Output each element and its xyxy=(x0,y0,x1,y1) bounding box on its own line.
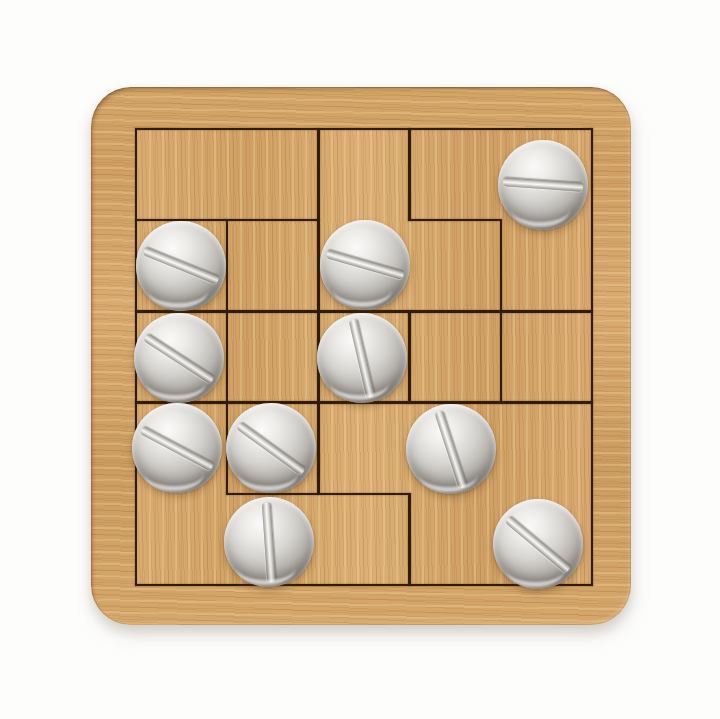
piece-groove xyxy=(591,128,594,587)
screw-slot-icon xyxy=(143,332,215,383)
play-area xyxy=(136,129,592,585)
screw-slot-icon xyxy=(505,515,572,573)
screw-slot-icon xyxy=(435,410,468,489)
piece-groove xyxy=(317,128,320,495)
screw-piece[interactable] xyxy=(136,221,226,311)
screw-slot-icon xyxy=(503,177,583,192)
puzzle-board-tray xyxy=(91,87,631,625)
screw-slot-icon xyxy=(349,318,376,398)
screw-piece[interactable] xyxy=(406,404,496,494)
screw-piece[interactable] xyxy=(224,497,314,587)
piece-groove xyxy=(135,128,594,131)
screw-piece[interactable] xyxy=(493,499,583,589)
screw-piece[interactable] xyxy=(226,403,316,493)
piece-groove xyxy=(408,493,411,587)
screw-slot-icon xyxy=(142,247,220,285)
screw-piece[interactable] xyxy=(317,313,407,403)
screw-piece[interactable] xyxy=(132,403,222,493)
screw-piece[interactable] xyxy=(320,220,410,310)
screw-piece[interactable] xyxy=(498,140,588,230)
piece-groove xyxy=(500,219,503,404)
photo-background xyxy=(0,0,720,719)
piece-groove xyxy=(408,310,411,404)
screw-piece[interactable] xyxy=(134,313,224,403)
piece-groove xyxy=(408,128,411,222)
screw-slot-icon xyxy=(236,421,306,475)
screw-slot-icon xyxy=(139,425,214,471)
screw-slot-icon xyxy=(262,502,277,582)
piece-groove xyxy=(408,219,502,222)
screw-slot-icon xyxy=(325,249,404,280)
